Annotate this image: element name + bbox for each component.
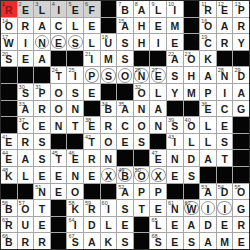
clue-number: 27 xyxy=(151,67,157,73)
cell-r1c11[interactable]: 10I xyxy=(167,1,183,17)
cell-letter: O xyxy=(138,121,146,133)
black-cell-r4c5 xyxy=(67,51,83,67)
cell-letter: N xyxy=(171,154,179,166)
cell-r1c8[interactable]: 7B xyxy=(117,1,133,17)
cell-r8c2[interactable]: 37C xyxy=(18,117,34,133)
clue-number: 11 xyxy=(201,1,207,7)
cell-r15c5[interactable]: 67S xyxy=(67,233,83,249)
cell-r7c13[interactable]: 36E xyxy=(200,101,216,117)
cell-r12c5[interactable]: O xyxy=(67,184,83,200)
cell-r7c7[interactable]: 34B xyxy=(101,101,117,117)
black-cell-r10c15 xyxy=(233,150,249,166)
cell-letter: E xyxy=(171,220,178,232)
cell-letter: E xyxy=(221,121,228,133)
cell-r9c1[interactable]: 41E xyxy=(1,134,17,150)
cell-r10c11[interactable]: N xyxy=(167,150,183,166)
cell-letter: K xyxy=(105,237,113,249)
cell-r14c15[interactable]: R xyxy=(233,217,249,233)
cell-r15c8[interactable]: S xyxy=(117,233,133,249)
cell-r14c11[interactable]: E xyxy=(167,217,183,233)
cell-r13c15[interactable]: G xyxy=(233,200,249,216)
cell-r11c6[interactable]: E xyxy=(84,167,100,183)
cell-letter: A xyxy=(204,154,212,166)
cell-letter: E xyxy=(155,204,162,216)
black-cell-r7c11 xyxy=(167,101,183,117)
cell-letter: T xyxy=(39,204,45,216)
cell-r14c8[interactable]: E xyxy=(117,217,133,233)
cell-r1c10[interactable]: 9L xyxy=(150,1,166,17)
cell-r5c8[interactable]: O xyxy=(117,67,133,83)
cell-r2c3[interactable]: A xyxy=(34,18,50,34)
cell-r3c14[interactable]: R xyxy=(217,34,233,50)
cell-r13c9[interactable]: T xyxy=(134,200,150,216)
cell-r1c13[interactable]: 11R xyxy=(200,1,216,17)
cell-r13c14[interactable]: I xyxy=(217,200,233,216)
cell-r4c3[interactable]: A xyxy=(34,51,50,67)
black-cell-r6c8 xyxy=(117,84,133,100)
cell-r13c13[interactable]: I xyxy=(200,200,216,216)
cell-r2c6[interactable]: E xyxy=(84,18,100,34)
cell-letter: R xyxy=(38,104,46,116)
cell-letter: C xyxy=(55,21,63,33)
clue-number: 19 xyxy=(201,34,207,40)
clue-number: 8 xyxy=(135,1,138,7)
cell-r9c2[interactable]: R xyxy=(18,134,34,150)
cell-r12c8[interactable]: 52A xyxy=(117,184,133,200)
clue-number: 6 xyxy=(85,1,88,7)
cell-r5c10[interactable]: 27E xyxy=(150,67,166,83)
cell-r15c14[interactable]: M xyxy=(217,233,233,249)
cell-letter: E xyxy=(38,220,45,232)
cell-letter: R xyxy=(22,21,30,33)
cell-r15c12[interactable]: S xyxy=(184,233,200,249)
cell-r5c14[interactable]: 28N xyxy=(217,67,233,83)
cell-r3c7[interactable]: 18U xyxy=(101,34,117,50)
black-cell-r6c1 xyxy=(1,84,17,100)
cell-r10c6[interactable]: R xyxy=(84,150,100,166)
cell-r2c9[interactable]: H xyxy=(134,18,150,34)
cell-r15c11[interactable]: E xyxy=(167,233,183,249)
cell-r7c3[interactable]: R xyxy=(34,101,50,117)
black-cell-r7c6 xyxy=(84,101,100,117)
cell-r2c5[interactable]: L xyxy=(67,18,83,34)
cell-r6c10[interactable]: L xyxy=(150,84,166,100)
cell-r7c15[interactable]: G xyxy=(233,101,249,117)
cell-r3c9[interactable]: H xyxy=(134,34,150,50)
clue-number: 14 xyxy=(2,18,8,24)
cell-letter: X xyxy=(155,171,162,183)
cell-letter: N xyxy=(71,171,79,183)
cell-r4c1[interactable]: 20S xyxy=(1,51,17,67)
cell-r6c12[interactable]: M xyxy=(184,84,200,100)
cell-letter: S xyxy=(171,71,178,83)
cell-r10c1[interactable]: 44E xyxy=(1,150,17,166)
cell-r14c14[interactable]: E xyxy=(217,217,233,233)
cell-r11c11[interactable]: E xyxy=(167,167,183,183)
cell-r13c6[interactable]: 59R xyxy=(84,200,100,216)
cell-r11c9[interactable]: 50O xyxy=(134,167,150,183)
cell-r6c6[interactable]: E xyxy=(84,84,100,100)
cell-r5c9[interactable]: 26N xyxy=(134,67,150,83)
cell-r2c14[interactable]: A xyxy=(217,18,233,34)
black-cell-r8c15 xyxy=(233,117,249,133)
black-cell-r4c15 xyxy=(233,51,249,67)
cell-r10c12[interactable]: D xyxy=(184,150,200,166)
cell-r8c3[interactable]: E xyxy=(34,117,50,133)
cell-r2c11[interactable]: M xyxy=(167,18,183,34)
cell-letter: L xyxy=(22,171,28,183)
black-cell-r9c5 xyxy=(67,134,83,150)
cell-r6c11[interactable]: Y xyxy=(167,84,183,100)
cell-r14c6[interactable]: D xyxy=(84,217,100,233)
cell-r10c13[interactable]: A xyxy=(200,150,216,166)
clue-number: 66 xyxy=(2,233,8,239)
cell-letter: M xyxy=(170,21,179,33)
cell-r2c2[interactable]: R xyxy=(18,18,34,34)
clue-number: 62 xyxy=(185,200,191,206)
cell-r3c8[interactable]: S xyxy=(117,34,133,50)
cell-r7c10[interactable]: A xyxy=(150,101,166,117)
clue-number: 51 xyxy=(35,184,41,190)
cell-r8c7[interactable]: R xyxy=(101,117,117,133)
cell-r11c4[interactable]: E xyxy=(51,167,67,183)
cell-letter: T xyxy=(138,204,144,216)
cell-letter: S xyxy=(188,171,195,183)
cell-r5c4[interactable]: 24T xyxy=(51,67,67,83)
cell-r5c6[interactable]: P xyxy=(84,67,100,83)
cell-r15c2[interactable]: R xyxy=(18,233,34,249)
clue-number: 10 xyxy=(168,1,174,7)
cell-r1c14[interactable]: 12E xyxy=(217,1,233,17)
cell-r4c6[interactable]: 21I xyxy=(84,51,100,67)
cell-letter: R xyxy=(88,154,96,166)
cell-letter: D xyxy=(204,220,212,232)
cell-r8c11[interactable]: 39S xyxy=(167,117,183,133)
cell-r14c1[interactable]: 63R xyxy=(1,217,17,233)
cell-letter: P xyxy=(88,71,95,83)
cell-letter: E xyxy=(88,88,95,100)
black-cell-r10c8 xyxy=(117,150,133,166)
cell-r1c6[interactable]: 6F xyxy=(84,1,100,17)
cell-letter: E xyxy=(72,5,79,17)
cell-r2c8[interactable]: 15A xyxy=(117,18,133,34)
black-cell-r8c1 xyxy=(1,117,17,133)
black-cell-r12c12 xyxy=(184,184,200,200)
black-cell-r14c9 xyxy=(134,217,150,233)
cell-r12c13[interactable]: 53A xyxy=(200,184,216,200)
cell-r7c5[interactable]: N xyxy=(67,101,83,117)
cell-r2c15[interactable]: R xyxy=(233,18,249,34)
cell-letter: L xyxy=(155,88,161,100)
cell-r5c11[interactable]: S xyxy=(167,67,183,83)
cell-letter: E xyxy=(171,38,178,50)
cell-letter: A xyxy=(188,220,196,232)
cell-r1c3[interactable]: 3L xyxy=(34,1,50,17)
cell-letter: A xyxy=(138,5,146,17)
cell-r14c2[interactable]: U xyxy=(18,217,34,233)
clue-number: 16 xyxy=(201,18,207,24)
clue-number: 64 xyxy=(68,217,74,223)
cell-r9c14[interactable]: S xyxy=(217,134,233,150)
cell-r13c11[interactable]: 61N xyxy=(167,200,183,216)
cell-r1c9[interactable]: 8A xyxy=(134,1,150,17)
cell-r9c13[interactable]: L xyxy=(200,134,216,150)
cell-r2c1[interactable]: 14O xyxy=(1,18,17,34)
cell-r8c5[interactable]: T xyxy=(67,117,83,133)
cell-r6c4[interactable]: O xyxy=(51,84,67,100)
cell-r13c1[interactable]: 56B xyxy=(1,200,17,216)
clue-number: 43 xyxy=(168,134,174,140)
cell-letter: E xyxy=(121,220,128,232)
cell-letter: R xyxy=(22,237,30,249)
clue-number: 68 xyxy=(151,233,157,239)
clue-number: 24 xyxy=(52,67,58,73)
cell-r13c8[interactable]: S xyxy=(117,200,133,216)
clue-number: 40 xyxy=(185,117,191,123)
cell-r3c6[interactable]: L xyxy=(84,34,100,50)
cell-r3c4[interactable]: E xyxy=(51,34,67,50)
cell-r9c3[interactable]: S xyxy=(34,134,50,150)
cell-r11c3[interactable]: E xyxy=(34,167,50,183)
cell-r13c3[interactable]: T xyxy=(34,200,50,216)
cell-r3c5[interactable]: S xyxy=(67,34,83,50)
cell-r13c12[interactable]: 62W xyxy=(184,200,200,216)
cell-letter: S xyxy=(221,137,228,149)
cell-r15c6[interactable]: A xyxy=(84,233,100,249)
cell-r6c13[interactable]: P xyxy=(200,84,216,100)
cell-r15c7[interactable]: K xyxy=(101,233,117,249)
clue-number: 25 xyxy=(68,67,74,73)
clue-number: 1 xyxy=(2,1,5,7)
cell-r15c1[interactable]: 66B xyxy=(1,233,17,249)
cell-r12c10[interactable]: P xyxy=(150,184,166,200)
clue-number: 63 xyxy=(2,217,8,223)
black-cell-r12c7 xyxy=(101,184,117,200)
cell-r12c4[interactable]: E xyxy=(51,184,67,200)
cell-r3c1[interactable]: 17W xyxy=(1,34,17,50)
cell-r11c1[interactable]: 48K xyxy=(1,167,17,183)
cell-r11c2[interactable]: L xyxy=(18,167,34,183)
cell-r9c7[interactable]: O xyxy=(101,134,117,150)
cell-letter: O xyxy=(71,187,79,199)
cell-letter: E xyxy=(221,220,228,232)
cell-r14c7[interactable]: L xyxy=(101,217,117,233)
cell-r10c4[interactable]: 45T xyxy=(51,150,67,166)
cell-r1c15[interactable]: 13P xyxy=(233,1,249,17)
cell-r4c11[interactable]: 22A xyxy=(167,51,183,67)
cell-letter: E xyxy=(121,137,128,149)
clue-number: 41 xyxy=(2,134,8,140)
cell-r10c2[interactable]: A xyxy=(18,150,34,166)
cell-r8c13[interactable]: L xyxy=(200,117,216,133)
cell-r5c5[interactable]: 25I xyxy=(67,67,83,83)
clue-number: 57 xyxy=(19,200,25,206)
cell-letter: G xyxy=(237,104,245,116)
cell-letter: O xyxy=(55,88,63,100)
cell-r8c12[interactable]: 40O xyxy=(184,117,200,133)
cell-r1c5[interactable]: 5E xyxy=(67,1,83,17)
clue-number: 58 xyxy=(68,200,74,206)
cell-r12c14[interactable]: 54D xyxy=(217,184,233,200)
cell-r3c3[interactable]: N xyxy=(34,34,50,50)
cell-r13c10[interactable]: E xyxy=(150,200,166,216)
cell-r5c13[interactable]: A xyxy=(200,67,216,83)
cell-r2c10[interactable]: E xyxy=(150,18,166,34)
cell-r6c2[interactable]: 30S xyxy=(18,84,34,100)
cell-letter: Y xyxy=(238,38,245,50)
cell-letter: C xyxy=(121,121,129,133)
cell-letter: H xyxy=(138,21,146,33)
black-cell-r9c10 xyxy=(150,134,166,150)
cell-r5c7[interactable]: S xyxy=(101,67,117,83)
cell-letter: A xyxy=(221,21,229,33)
cell-letter: S xyxy=(72,88,79,100)
cell-r12c3[interactable]: 51N xyxy=(34,184,50,200)
cell-r8c4[interactable]: N xyxy=(51,117,67,133)
cell-r4c8[interactable]: S xyxy=(117,51,133,67)
clue-number: 56 xyxy=(2,200,8,206)
cell-letter: F xyxy=(89,5,95,17)
cell-letter: A xyxy=(204,71,212,83)
cell-r13c2[interactable]: 57O xyxy=(18,200,34,216)
clue-number: 59 xyxy=(85,200,91,206)
cell-r9c11[interactable]: 43I xyxy=(167,134,183,150)
clue-number: 60 xyxy=(102,200,108,206)
black-cell-r11c15 xyxy=(233,167,249,183)
cell-r13c7[interactable]: 60I xyxy=(101,200,117,216)
cell-r7c9[interactable]: N xyxy=(134,101,150,117)
cell-r9c12[interactable]: L xyxy=(184,134,200,150)
cell-r9c8[interactable]: E xyxy=(117,134,133,150)
black-cell-r2c7 xyxy=(101,18,117,34)
cell-r10c3[interactable]: S xyxy=(34,150,50,166)
cell-r12c15[interactable]: 55O xyxy=(233,184,249,200)
cell-r4c7[interactable]: M xyxy=(101,51,117,67)
cell-r15c3[interactable]: R xyxy=(34,233,50,249)
clue-number: 35 xyxy=(118,101,124,107)
cell-r10c14[interactable]: T xyxy=(217,150,233,166)
cell-r2c13[interactable]: 16O xyxy=(200,18,216,34)
cell-r12c9[interactable]: P xyxy=(134,184,150,200)
cell-r5c12[interactable]: H xyxy=(184,67,200,83)
cell-r3c2[interactable]: I xyxy=(18,34,34,50)
cell-r8c9[interactable]: O xyxy=(134,117,150,133)
clue-number: 4 xyxy=(52,1,55,7)
cell-r1c4[interactable]: 4I xyxy=(51,1,67,17)
cell-r10c7[interactable]: N xyxy=(101,150,117,166)
cell-r3c13[interactable]: 19C xyxy=(200,34,216,50)
cell-r11c10[interactable]: X xyxy=(150,167,166,183)
cell-r6c3[interactable]: 31P xyxy=(34,84,50,100)
black-cell-r13c4 xyxy=(51,200,67,216)
cell-letter: A xyxy=(38,21,46,33)
cell-letter: E xyxy=(238,237,245,249)
cell-r3c11[interactable]: E xyxy=(167,34,183,50)
cell-r8c8[interactable]: C xyxy=(117,117,133,133)
cell-r11c7[interactable]: X xyxy=(101,167,117,183)
cell-r11c8[interactable]: 49B xyxy=(117,167,133,183)
cell-letter: P xyxy=(204,88,211,100)
cell-letter: T xyxy=(72,121,78,133)
cell-r4c12[interactable]: 23O xyxy=(184,51,200,67)
cell-letter: H xyxy=(138,38,146,50)
cell-r7c4[interactable]: O xyxy=(51,101,67,117)
cell-letter: I xyxy=(223,204,226,216)
cell-letter: B xyxy=(121,5,129,17)
cell-r11c12[interactable]: S xyxy=(184,167,200,183)
cell-r4c13[interactable]: K xyxy=(200,51,216,67)
cell-r3c15[interactable]: Y xyxy=(233,34,249,50)
cell-letter: M xyxy=(104,54,113,66)
black-cell-r5c1 xyxy=(1,67,17,83)
cell-r6c15[interactable]: A xyxy=(233,84,249,100)
cell-letter: S xyxy=(105,71,112,83)
cell-letter: C xyxy=(221,104,229,116)
cell-r14c3[interactable]: E xyxy=(34,217,50,233)
cell-r15c15[interactable]: E xyxy=(233,233,249,249)
cell-letter: E xyxy=(171,171,178,183)
cell-r14c5[interactable]: 64I xyxy=(67,217,83,233)
cell-r8c10[interactable]: N xyxy=(150,117,166,133)
cell-r7c14[interactable]: C xyxy=(217,101,233,117)
cell-letter: I xyxy=(207,204,210,216)
clue-number: 17 xyxy=(2,34,8,40)
cell-r3c10[interactable]: I xyxy=(150,34,166,50)
cell-letter: A xyxy=(38,54,46,66)
cell-r5c15[interactable]: 29D xyxy=(233,67,249,83)
black-cell-r10c9 xyxy=(134,150,150,166)
cell-letter: S xyxy=(38,154,45,166)
cell-r14c13[interactable]: D xyxy=(200,217,216,233)
cell-r15c10[interactable]: 68S xyxy=(150,233,166,249)
cell-r4c2[interactable]: E xyxy=(18,51,34,67)
cell-r13c5[interactable]: 58K xyxy=(67,200,83,216)
cell-letter: E xyxy=(55,38,62,50)
cell-r9c6[interactable]: 42T xyxy=(84,134,100,150)
cell-letter: O xyxy=(55,104,63,116)
cell-r9c9[interactable]: S xyxy=(134,134,150,150)
clue-number: 49 xyxy=(118,167,124,173)
cell-letter: R xyxy=(221,38,229,50)
cell-r15c13[interactable]: A xyxy=(200,233,216,249)
cell-letter: R xyxy=(105,121,113,133)
cell-r1c2[interactable]: 2E xyxy=(18,1,34,17)
cell-r6c5[interactable]: S xyxy=(67,84,83,100)
cell-r11c5[interactable]: N xyxy=(67,167,83,183)
cell-r10c5[interactable]: 46E xyxy=(67,150,83,166)
cell-r6c9[interactable]: 32O xyxy=(134,84,150,100)
cell-r8c14[interactable]: E xyxy=(217,117,233,133)
cell-letter: K xyxy=(204,54,212,66)
clue-number: 65 xyxy=(151,217,157,223)
cell-r1c1[interactable]: 1R xyxy=(1,1,17,17)
black-cell-r4c14 xyxy=(217,51,233,67)
cell-r7c2[interactable]: 33A xyxy=(18,101,34,117)
cell-r6c14[interactable]: I xyxy=(217,84,233,100)
cell-r14c12[interactable]: A xyxy=(184,217,200,233)
cell-r2c4[interactable]: C xyxy=(51,18,67,34)
cell-letter: E xyxy=(38,121,45,133)
black-cell-r15c4 xyxy=(51,233,67,249)
cell-letter: R xyxy=(237,21,245,33)
cell-letter: N xyxy=(38,38,46,50)
cell-letter: L xyxy=(155,5,161,17)
cell-r7c8[interactable]: 35A xyxy=(117,101,133,117)
cell-r10c10[interactable]: 47E xyxy=(150,150,166,166)
cell-r8c6[interactable]: 38E xyxy=(84,117,100,133)
cell-letter: A xyxy=(154,104,162,116)
cell-r14c10[interactable]: 65L xyxy=(150,217,166,233)
